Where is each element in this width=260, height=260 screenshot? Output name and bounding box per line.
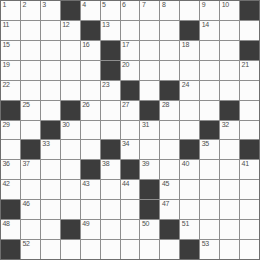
clue-number: 14 [202,21,209,29]
black-cell [140,200,159,219]
white-cell[interactable]: 2 [21,1,40,20]
clue-number: 4 [82,1,86,9]
white-cell[interactable] [41,21,60,40]
white-cell[interactable] [61,200,80,219]
clue-number: 40 [182,160,189,168]
white-cell[interactable]: 14 [200,21,219,40]
black-cell [1,240,20,259]
white-cell[interactable]: 50 [140,220,159,239]
white-cell[interactable] [200,200,219,219]
white-cell[interactable]: 25 [21,101,40,120]
white-cell[interactable]: 8 [160,1,179,20]
white-cell[interactable] [121,121,140,140]
clue-number: 34 [122,140,129,148]
white-cell[interactable] [21,220,40,239]
clue-number: 41 [242,160,249,168]
black-cell [1,200,20,219]
clue-number: 25 [22,101,29,109]
clue-number: 43 [82,180,89,188]
black-cell [121,160,140,179]
clue-number: 39 [142,160,149,168]
white-cell[interactable] [41,160,60,179]
black-cell [81,160,100,179]
white-cell[interactable] [240,81,259,100]
black-cell [220,101,239,120]
white-cell[interactable]: 7 [140,1,159,20]
white-cell[interactable] [180,61,199,80]
white-cell[interactable] [220,21,239,40]
white-cell[interactable] [81,240,100,259]
white-cell[interactable] [220,41,239,60]
white-cell[interactable] [220,240,239,259]
clue-number: 7 [142,1,146,9]
white-cell[interactable] [41,101,60,120]
black-cell [240,41,259,60]
white-cell[interactable]: 36 [1,160,20,179]
white-cell[interactable] [41,240,60,259]
white-cell[interactable] [21,180,40,199]
clue-number: 53 [202,240,209,248]
white-cell[interactable] [140,81,159,100]
white-cell[interactable] [121,21,140,40]
white-cell[interactable]: 20 [121,61,140,80]
clue-number: 12 [62,21,69,29]
black-cell [240,140,259,159]
clue-number: 28 [162,101,169,109]
white-cell[interactable]: 23 [101,81,120,100]
white-cell[interactable] [41,220,60,239]
white-cell[interactable] [81,200,100,219]
white-cell[interactable] [21,81,40,100]
white-cell[interactable]: 37 [21,160,40,179]
white-cell[interactable] [61,240,80,259]
white-cell[interactable]: 6 [121,1,140,20]
white-cell[interactable] [1,140,20,159]
clue-number: 8 [162,1,166,9]
black-cell [121,81,140,100]
clue-number: 21 [242,61,249,69]
clue-number: 35 [202,140,209,148]
white-cell[interactable] [200,81,219,100]
white-cell[interactable]: 22 [1,81,20,100]
white-cell[interactable] [81,140,100,159]
clue-number: 19 [3,61,10,69]
white-cell[interactable] [220,61,239,80]
clue-number: 51 [182,220,189,228]
white-cell[interactable] [41,61,60,80]
white-cell[interactable]: 10 [220,1,239,20]
white-cell[interactable] [160,140,179,159]
white-cell[interactable] [200,41,219,60]
white-cell[interactable] [61,180,80,199]
white-cell[interactable] [200,160,219,179]
clue-number: 48 [3,220,10,228]
white-cell[interactable] [200,61,219,80]
clue-number: 38 [102,160,109,168]
white-cell[interactable]: 30 [61,121,80,140]
white-cell[interactable]: 31 [140,121,159,140]
clue-number: 6 [122,1,126,9]
clue-number: 50 [142,220,149,228]
white-cell[interactable]: 40 [180,160,199,179]
white-cell[interactable]: 48 [1,220,20,239]
white-cell[interactable]: 18 [180,41,199,60]
black-cell [140,180,159,199]
white-cell[interactable] [180,121,199,140]
clue-number: 31 [142,121,149,129]
white-cell[interactable]: 46 [21,200,40,219]
white-cell[interactable] [21,61,40,80]
white-cell[interactable] [61,61,80,80]
white-cell[interactable]: 11 [1,21,20,40]
white-cell[interactable]: 13 [101,21,120,40]
white-cell[interactable] [81,61,100,80]
white-cell[interactable] [200,101,219,120]
black-cell [240,1,259,20]
white-cell[interactable] [101,220,120,239]
white-cell[interactable] [41,180,60,199]
white-cell[interactable] [121,240,140,259]
white-cell[interactable]: 34 [121,140,140,159]
white-cell[interactable] [140,240,159,259]
white-cell[interactable] [41,200,60,219]
white-cell[interactable] [240,101,259,120]
white-cell[interactable] [220,160,239,179]
clue-number: 30 [62,121,69,129]
white-cell[interactable] [240,21,259,40]
white-cell[interactable]: 28 [160,101,179,120]
white-cell[interactable] [140,61,159,80]
white-cell[interactable] [180,180,199,199]
white-cell[interactable] [101,200,120,219]
black-cell [41,121,60,140]
black-cell [101,140,120,159]
black-cell [180,140,199,159]
clue-number: 26 [82,101,89,109]
clue-number: 27 [122,101,129,109]
white-cell[interactable] [180,1,199,20]
white-cell[interactable] [200,180,219,199]
white-cell[interactable]: 29 [1,121,20,140]
clue-number: 46 [22,200,29,208]
white-cell[interactable]: 41 [240,160,259,179]
white-cell[interactable] [121,220,140,239]
white-cell[interactable] [160,41,179,60]
white-cell[interactable] [140,140,159,159]
white-cell[interactable]: 33 [41,140,60,159]
black-cell [160,220,179,239]
clue-number: 20 [122,61,129,69]
clue-number: 2 [22,1,26,9]
black-cell [61,220,80,239]
white-cell[interactable] [101,101,120,120]
white-cell[interactable] [81,121,100,140]
white-cell[interactable]: 42 [1,180,20,199]
white-cell[interactable]: 49 [81,220,100,239]
black-cell [180,240,199,259]
clue-number: 3 [42,1,46,9]
white-cell[interactable]: 47 [160,200,179,219]
white-cell[interactable]: 19 [1,61,20,80]
black-cell [81,21,100,40]
white-cell[interactable] [220,220,239,239]
white-cell[interactable] [61,41,80,60]
clue-number: 11 [3,21,10,29]
clue-number: 23 [102,81,109,89]
white-cell[interactable]: 9 [200,1,219,20]
clue-number: 29 [3,121,10,129]
white-cell[interactable]: 52 [21,240,40,259]
clue-number: 49 [82,220,89,228]
white-cell[interactable]: 39 [140,160,159,179]
clue-number: 10 [222,1,229,9]
black-cell [21,140,40,159]
white-cell[interactable] [101,121,120,140]
white-cell[interactable] [61,160,80,179]
white-cell[interactable] [220,180,239,199]
white-cell[interactable]: 32 [220,121,239,140]
clue-number: 9 [202,1,206,9]
white-cell[interactable]: 24 [180,81,199,100]
white-cell[interactable]: 15 [1,41,20,60]
white-cell[interactable] [61,140,80,159]
white-cell[interactable]: 35 [200,140,219,159]
white-cell[interactable]: 1 [1,1,20,20]
white-cell[interactable]: 21 [240,61,259,80]
white-cell[interactable] [160,160,179,179]
white-cell[interactable] [160,240,179,259]
black-cell [180,21,199,40]
clue-number: 18 [182,41,189,49]
white-cell[interactable] [160,21,179,40]
white-cell[interactable] [121,200,140,219]
black-cell [140,101,159,120]
clue-number: 47 [162,200,169,208]
white-cell[interactable] [160,121,179,140]
black-cell [160,81,179,100]
white-cell[interactable] [240,240,259,259]
white-cell[interactable]: 5 [101,1,120,20]
clue-number: 36 [3,160,10,168]
crossword-puzzle: 1234567891011121314151617181920212223242… [0,0,260,260]
clue-number: 44 [122,180,129,188]
white-cell[interactable] [21,41,40,60]
white-cell[interactable] [41,41,60,60]
white-cell[interactable] [41,81,60,100]
clue-number: 45 [162,180,169,188]
black-cell [200,121,219,140]
white-cell[interactable]: 45 [160,180,179,199]
white-cell[interactable] [61,81,80,100]
white-cell[interactable]: 27 [121,101,140,120]
clue-number: 52 [22,240,29,248]
white-cell[interactable] [220,140,239,159]
white-cell[interactable]: 26 [81,101,100,120]
white-cell[interactable]: 53 [200,240,219,259]
white-cell[interactable]: 43 [81,180,100,199]
black-cell [61,101,80,120]
white-cell[interactable] [101,180,120,199]
white-cell[interactable] [240,180,259,199]
white-cell[interactable]: 12 [61,21,80,40]
crossword-grid: 1234567891011121314151617181920212223242… [0,0,260,260]
white-cell[interactable] [140,41,159,60]
white-cell[interactable] [220,81,239,100]
white-cell[interactable] [81,81,100,100]
white-cell[interactable] [240,200,259,219]
black-cell [101,41,120,60]
white-cell[interactable]: 51 [180,220,199,239]
clue-number: 42 [3,180,10,188]
clue-number: 5 [102,1,106,9]
white-cell[interactable] [180,200,199,219]
white-cell[interactable] [21,121,40,140]
black-cell [61,1,80,20]
clue-number: 37 [22,160,29,168]
white-cell[interactable] [220,200,239,219]
clue-number: 32 [222,121,229,129]
clue-number: 1 [3,1,7,9]
white-cell[interactable]: 38 [101,160,120,179]
white-cell[interactable] [160,61,179,80]
white-cell[interactable] [180,101,199,120]
black-cell [101,61,120,80]
clue-number: 22 [3,81,10,89]
clue-number: 16 [82,41,89,49]
white-cell[interactable] [140,21,159,40]
white-cell[interactable]: 16 [81,41,100,60]
black-cell [1,101,20,120]
white-cell[interactable] [240,220,259,239]
white-cell[interactable]: 17 [121,41,140,60]
white-cell[interactable] [101,240,120,259]
clue-number: 17 [122,41,129,49]
clue-number: 24 [182,81,189,89]
white-cell[interactable] [21,21,40,40]
white-cell[interactable] [200,220,219,239]
clue-number: 33 [42,140,49,148]
white-cell[interactable]: 44 [121,180,140,199]
white-cell[interactable] [240,121,259,140]
clue-number: 13 [102,21,109,29]
white-cell[interactable]: 4 [81,1,100,20]
clue-number: 15 [3,41,10,49]
white-cell[interactable]: 3 [41,1,60,20]
